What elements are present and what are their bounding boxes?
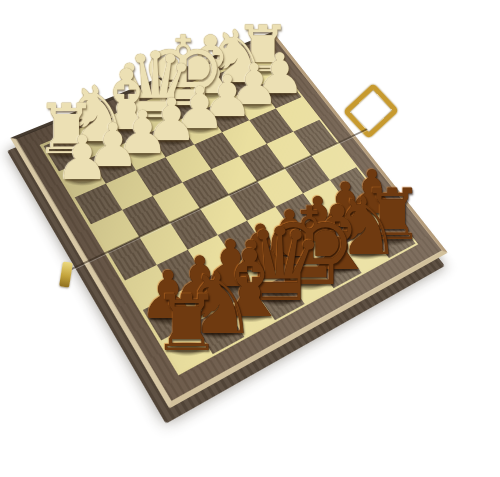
square (188, 235, 237, 278)
square (206, 263, 255, 307)
square (157, 250, 206, 294)
square (342, 231, 389, 273)
square (266, 233, 314, 275)
square (285, 260, 334, 304)
square (175, 278, 225, 324)
square (255, 275, 304, 320)
square (194, 307, 245, 354)
square (106, 170, 153, 210)
square (200, 195, 247, 235)
square (314, 246, 362, 289)
square (139, 222, 187, 264)
square (225, 291, 275, 337)
square (122, 196, 170, 237)
square (125, 265, 175, 310)
chess-set-photo: ♜♞♝♛♚♝♞♜♟♟♟♟♟♟♟♟♟♟♟♟♟♟♟♟♜♞♝♛♚♝♞♜ (0, 0, 500, 477)
square (236, 248, 285, 291)
square (294, 219, 341, 260)
square (170, 208, 218, 249)
board-top-face (10, 32, 448, 409)
square (91, 210, 139, 252)
square (143, 294, 194, 341)
square (161, 323, 213, 371)
square (247, 207, 294, 248)
brass-latch (59, 261, 73, 287)
square (218, 221, 266, 263)
square (153, 182, 200, 222)
square (75, 184, 123, 225)
square (108, 237, 157, 281)
chess-board (10, 32, 448, 409)
